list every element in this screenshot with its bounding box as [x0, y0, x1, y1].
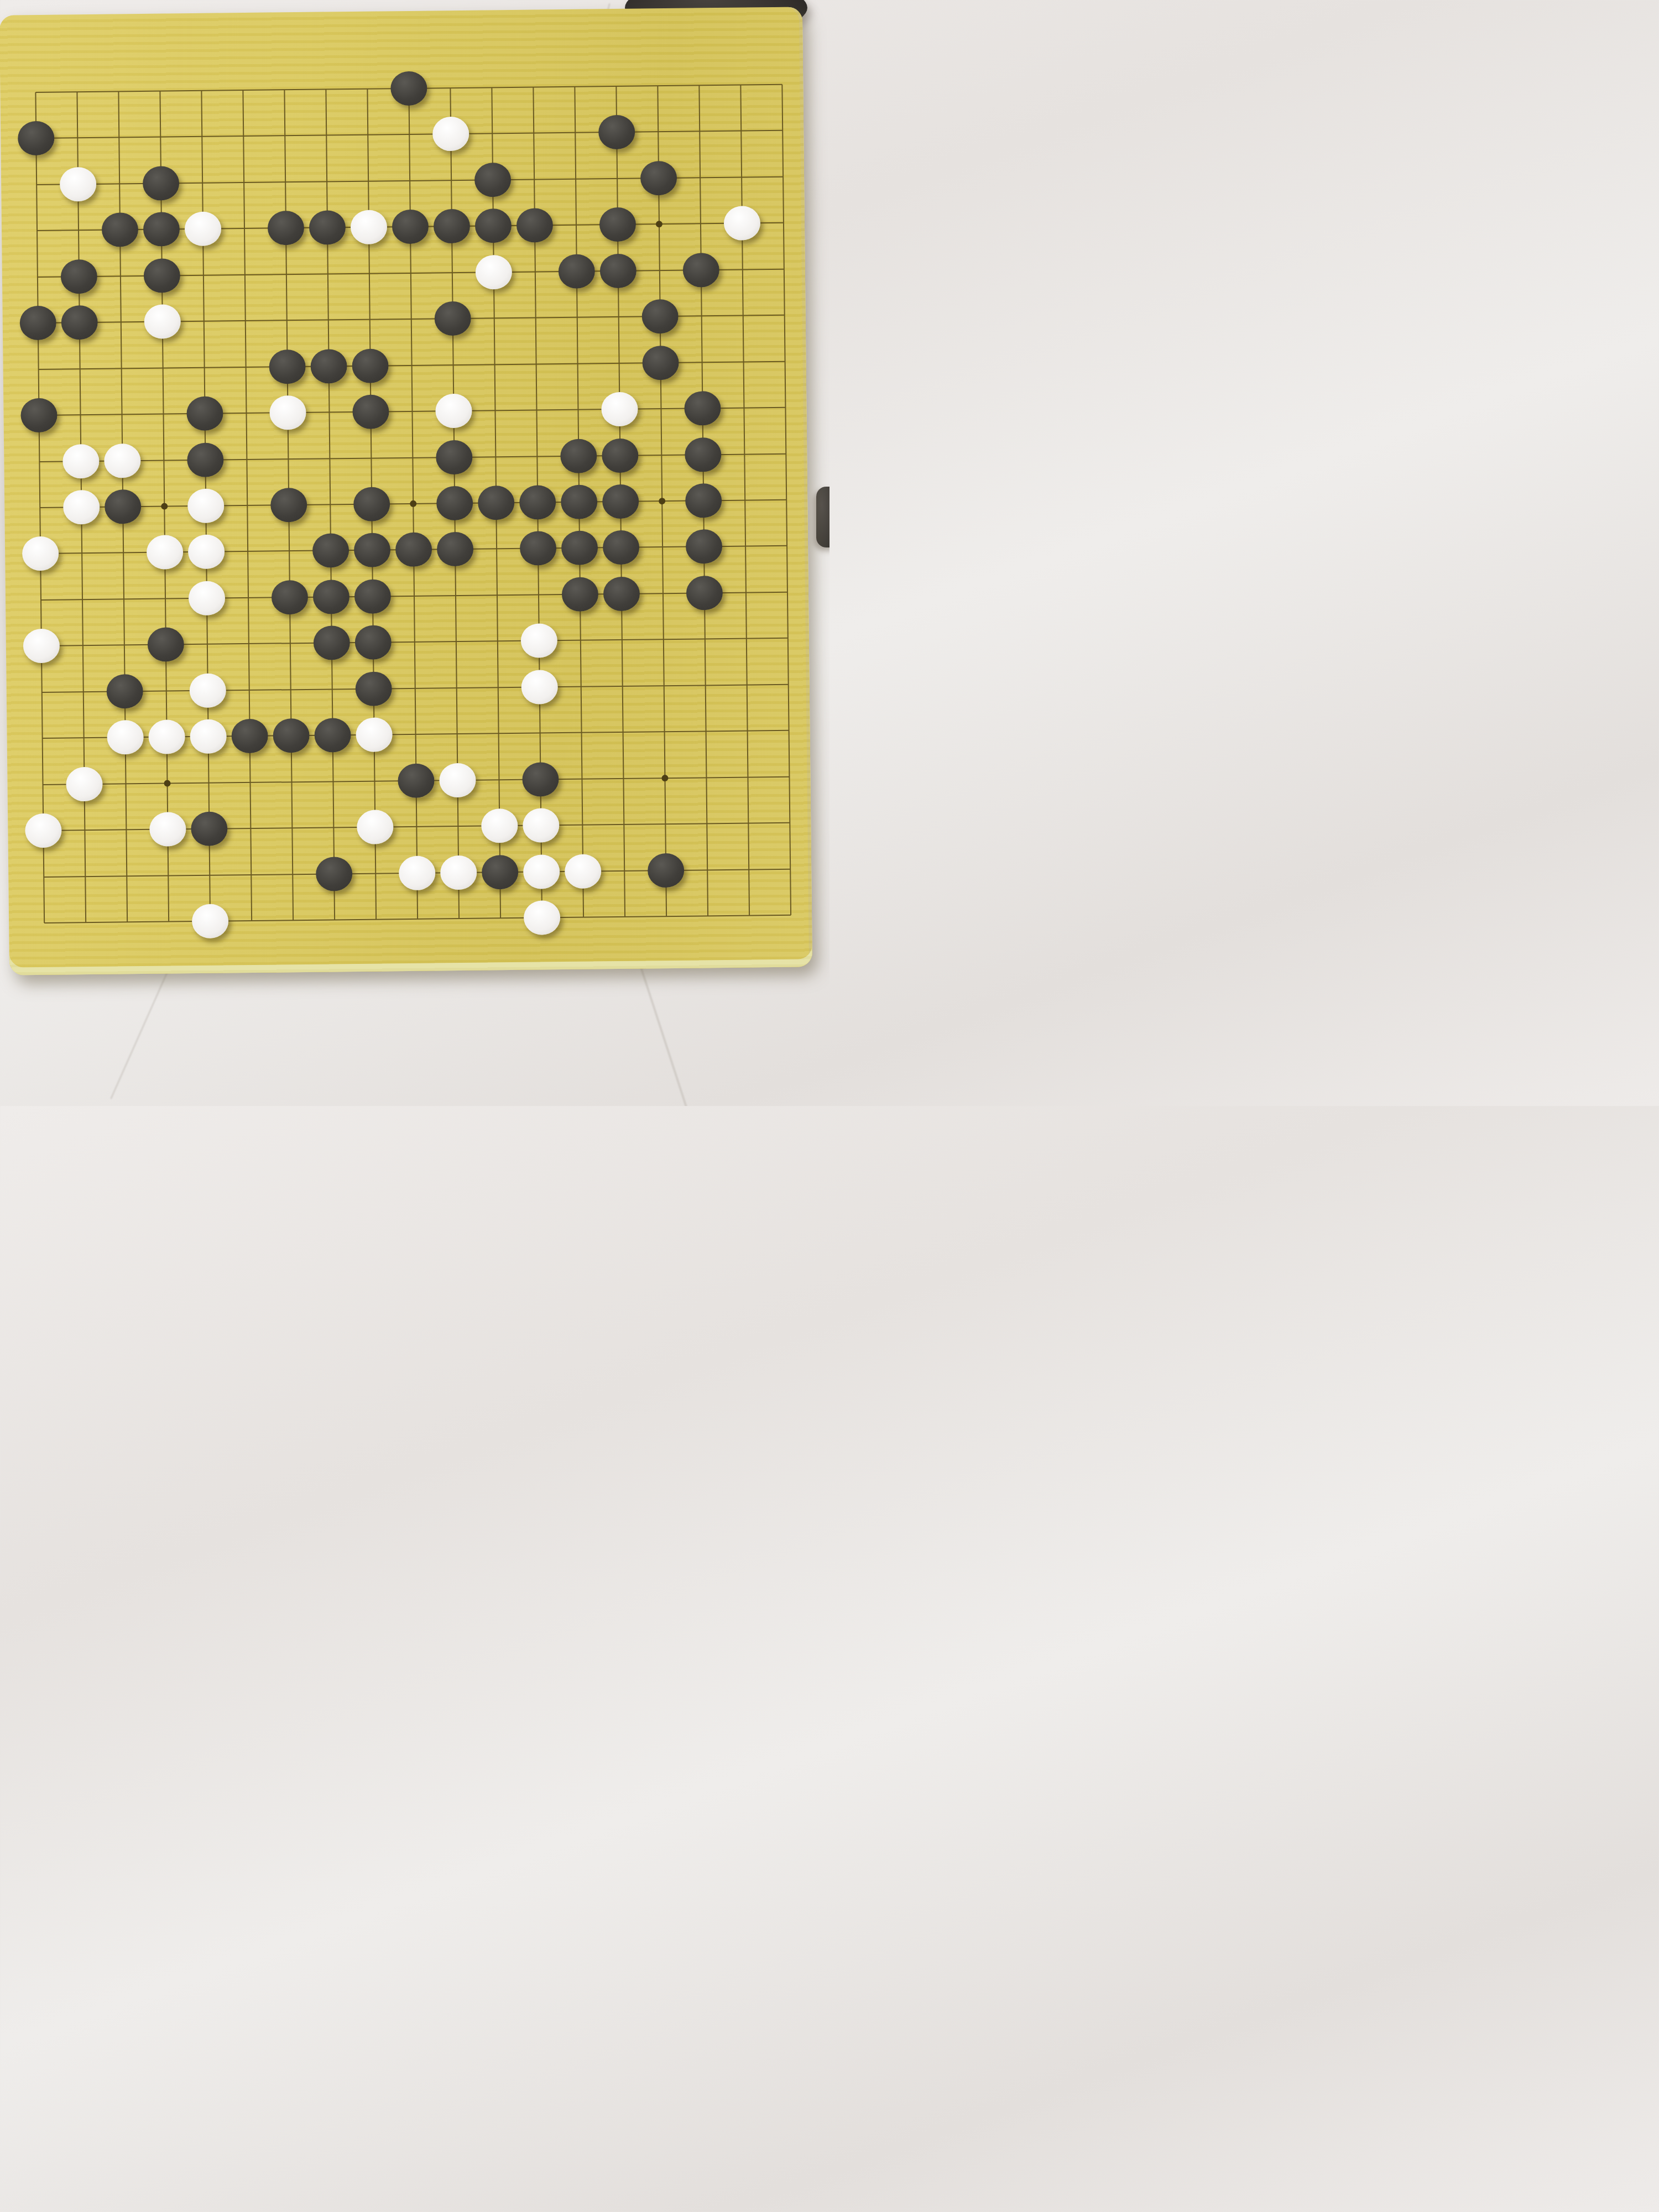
white-stone[interactable] — [269, 395, 306, 430]
black-stone[interactable] — [144, 258, 181, 293]
black-stone[interactable] — [313, 580, 350, 614]
black-stone[interactable] — [600, 253, 637, 288]
black-stone[interactable] — [61, 259, 98, 294]
black-stone[interactable] — [105, 489, 142, 524]
white-stone[interactable] — [521, 623, 558, 658]
white-stone[interactable] — [189, 581, 226, 615]
black-stone[interactable] — [474, 163, 512, 197]
black-stone[interactable] — [231, 719, 268, 754]
black-stone[interactable] — [19, 306, 56, 341]
black-stone[interactable] — [560, 439, 597, 473]
black-stone[interactable] — [352, 348, 389, 383]
black-stone[interactable] — [683, 253, 720, 288]
white-stone[interactable] — [192, 904, 229, 938]
white-stone[interactable] — [62, 444, 100, 478]
black-stone[interactable] — [148, 628, 185, 662]
black-stone[interactable] — [309, 210, 346, 245]
black-stone[interactable] — [641, 299, 679, 334]
white-stone[interactable] — [524, 900, 561, 935]
black-stone[interactable] — [354, 579, 392, 614]
photo-scene: { "game": "go", "board_size": 19, "scene… — [0, 0, 830, 1106]
white-stone[interactable] — [60, 167, 97, 202]
white-stone[interactable] — [724, 206, 761, 241]
black-stone[interactable] — [561, 531, 598, 566]
white-stone[interactable] — [144, 304, 181, 339]
white-stone[interactable] — [439, 763, 476, 797]
black-stone[interactable] — [685, 483, 722, 518]
white-stone[interactable] — [432, 117, 469, 152]
white-stone[interactable] — [435, 394, 472, 429]
black-stone[interactable] — [273, 718, 310, 753]
black-stone[interactable] — [436, 440, 473, 474]
white-stone[interactable] — [66, 766, 103, 801]
star-point — [410, 500, 416, 507]
white-stone[interactable] — [63, 490, 100, 525]
black-stone[interactable] — [143, 212, 180, 247]
white-stone[interactable] — [22, 536, 59, 571]
black-stone[interactable] — [603, 530, 640, 565]
white-stone[interactable] — [147, 535, 184, 570]
white-stone[interactable] — [188, 535, 225, 570]
black-stone[interactable] — [143, 166, 180, 201]
black-stone[interactable] — [187, 442, 224, 477]
black-stone[interactable] — [602, 484, 639, 519]
black-stone[interactable] — [686, 576, 723, 611]
white-stone[interactable] — [523, 854, 560, 889]
black-stone[interactable] — [520, 531, 557, 566]
black-stone[interactable] — [355, 671, 392, 706]
black-stone[interactable] — [684, 391, 721, 426]
black-stone[interactable] — [685, 437, 722, 472]
black-stone[interactable] — [269, 349, 306, 384]
black-stone[interactable] — [398, 763, 435, 798]
white-stone[interactable] — [476, 255, 513, 290]
black-stone[interactable] — [475, 208, 512, 243]
black-stone[interactable] — [354, 533, 391, 568]
star-point — [161, 503, 168, 510]
black-stone[interactable] — [561, 484, 598, 519]
star-point — [661, 775, 668, 781]
black-stone[interactable] — [640, 161, 677, 196]
white-stone[interactable] — [356, 718, 393, 753]
black-stone[interactable] — [352, 394, 389, 429]
black-stone[interactable] — [272, 580, 309, 615]
black-stone[interactable] — [603, 576, 640, 611]
board-grid[interactable] — [35, 85, 791, 923]
white-stone[interactable] — [357, 810, 394, 844]
white-stone[interactable] — [149, 812, 186, 847]
black-stone[interactable] — [314, 718, 351, 753]
white-stone[interactable] — [25, 813, 62, 848]
white-stone[interactable] — [481, 808, 518, 843]
black-stone[interactable] — [61, 305, 98, 340]
white-stone[interactable] — [185, 212, 222, 247]
black-stone[interactable] — [316, 857, 353, 891]
white-stone[interactable] — [565, 854, 602, 889]
black-stone[interactable] — [602, 438, 639, 473]
black-stone[interactable] — [395, 533, 432, 567]
white-stone[interactable] — [190, 719, 227, 754]
white-stone[interactable] — [187, 488, 225, 523]
white-stone[interactable] — [399, 855, 436, 890]
black-stone[interactable] — [106, 674, 143, 709]
white-stone[interactable] — [351, 210, 388, 245]
stone-lid[interactable] — [816, 487, 830, 547]
white-stone[interactable] — [23, 629, 60, 664]
black-stone[interactable] — [522, 762, 559, 797]
black-stone[interactable] — [686, 529, 723, 564]
black-stone[interactable] — [434, 209, 471, 244]
white-stone[interactable] — [440, 855, 477, 890]
black-stone[interactable] — [559, 254, 596, 289]
white-stone[interactable] — [104, 444, 141, 478]
black-stone[interactable] — [314, 625, 351, 660]
black-stone[interactable] — [310, 349, 347, 384]
black-stone[interactable] — [20, 398, 58, 433]
black-stone[interactable] — [186, 397, 223, 431]
black-stone[interactable] — [478, 486, 515, 520]
go-board[interactable] — [0, 7, 812, 975]
white-stone[interactable] — [189, 673, 226, 708]
black-stone[interactable] — [355, 625, 392, 660]
black-stone[interactable] — [519, 485, 556, 520]
black-stone[interactable] — [434, 301, 471, 336]
black-stone[interactable] — [642, 345, 679, 380]
black-stone[interactable] — [482, 854, 519, 889]
black-stone[interactable] — [599, 207, 637, 242]
white-stone[interactable] — [521, 670, 558, 705]
black-stone[interactable] — [18, 121, 55, 156]
black-stone[interactable] — [598, 115, 635, 150]
black-stone[interactable] — [312, 534, 349, 568]
black-stone[interactable] — [270, 488, 307, 523]
black-stone[interactable] — [517, 208, 554, 243]
white-stone[interactable] — [601, 392, 638, 427]
black-stone[interactable] — [648, 853, 685, 888]
white-stone[interactable] — [107, 720, 144, 755]
black-stone[interactable] — [353, 487, 390, 521]
black-stone[interactable] — [268, 211, 305, 246]
black-stone[interactable] — [191, 812, 228, 847]
black-stone[interactable] — [390, 71, 427, 106]
white-stone[interactable] — [148, 719, 185, 754]
black-stone[interactable] — [436, 486, 473, 521]
star-point — [164, 780, 170, 786]
star-point — [656, 221, 662, 227]
black-stone[interactable] — [437, 532, 474, 567]
black-stone[interactable] — [102, 212, 139, 247]
black-stone[interactable] — [392, 210, 429, 244]
star-point — [659, 498, 665, 504]
black-stone[interactable] — [562, 577, 599, 612]
white-stone[interactable] — [523, 808, 560, 843]
